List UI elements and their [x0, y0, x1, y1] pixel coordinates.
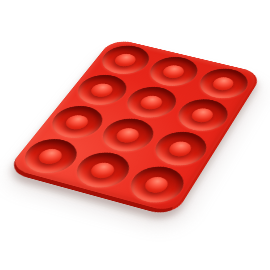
muffin-cup	[95, 114, 162, 156]
cup-center-dome	[141, 175, 171, 195]
muffin-cup	[171, 95, 235, 136]
cup-center-dome	[88, 161, 118, 181]
cup-center-dome	[160, 64, 187, 80]
cup-center-dome	[112, 52, 139, 68]
muffin-cup	[44, 102, 111, 143]
cup-center-dome	[62, 113, 91, 131]
muffin-cup	[120, 83, 185, 123]
muffin-cup	[70, 71, 135, 110]
cup-center-dome	[188, 106, 216, 124]
muffin-cup	[68, 148, 138, 193]
cup-grid	[8, 38, 261, 213]
cup-center-dome	[210, 75, 237, 92]
photo-background	[0, 0, 270, 270]
muffin-cup	[122, 162, 192, 208]
cup-center-dome	[137, 94, 165, 111]
cup-center-dome	[35, 147, 65, 166]
muffin-pan	[5, 38, 263, 217]
muffin-cup	[94, 42, 156, 78]
cup-center-dome	[113, 126, 142, 144]
cup-center-dome	[166, 140, 195, 159]
cup-center-dome	[88, 82, 116, 99]
muffin-cup	[16, 134, 86, 178]
muffin-cup	[193, 64, 255, 102]
muffin-cup	[143, 53, 205, 90]
muffin-cup	[147, 127, 214, 170]
